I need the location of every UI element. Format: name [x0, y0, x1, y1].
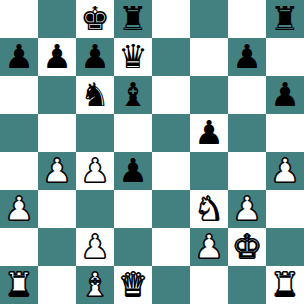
square-d6[interactable]: ♝: [114, 76, 152, 114]
square-g3[interactable]: ♟: [228, 190, 266, 228]
square-f7[interactable]: [190, 38, 228, 76]
piece-white-bishop[interactable]: ♝: [80, 266, 110, 304]
square-d2[interactable]: [114, 228, 152, 266]
piece-white-pawn[interactable]: ♟: [80, 228, 110, 266]
square-d1[interactable]: ♛: [114, 266, 152, 304]
square-h4[interactable]: ♟: [266, 152, 304, 190]
piece-white-rook[interactable]: ♜: [270, 266, 300, 304]
square-g8[interactable]: [228, 0, 266, 38]
piece-black-bishop[interactable]: ♝: [118, 76, 148, 114]
square-e7[interactable]: [152, 38, 190, 76]
piece-black-pawn[interactable]: ♟: [194, 114, 224, 152]
piece-black-pawn[interactable]: ♟: [118, 152, 148, 190]
square-b7[interactable]: ♟: [38, 38, 76, 76]
square-h1[interactable]: ♜: [266, 266, 304, 304]
square-e5[interactable]: [152, 114, 190, 152]
square-g6[interactable]: [228, 76, 266, 114]
square-d8[interactable]: ♜: [114, 0, 152, 38]
square-a4[interactable]: [0, 152, 38, 190]
square-g5[interactable]: [228, 114, 266, 152]
piece-black-pawn[interactable]: ♟: [4, 38, 34, 76]
square-c8[interactable]: ♚: [76, 0, 114, 38]
square-a8[interactable]: [0, 0, 38, 38]
square-c5[interactable]: [76, 114, 114, 152]
square-h3[interactable]: [266, 190, 304, 228]
square-b4[interactable]: ♟: [38, 152, 76, 190]
piece-white-queen[interactable]: ♛: [118, 266, 148, 304]
piece-black-pawn[interactable]: ♟: [232, 38, 262, 76]
square-g2[interactable]: ♚: [228, 228, 266, 266]
piece-black-rook[interactable]: ♜: [270, 0, 300, 38]
square-b8[interactable]: [38, 0, 76, 38]
square-c7[interactable]: ♟: [76, 38, 114, 76]
piece-white-pawn[interactable]: ♟: [194, 228, 224, 266]
piece-black-pawn[interactable]: ♟: [42, 38, 72, 76]
square-e4[interactable]: [152, 152, 190, 190]
square-d7[interactable]: ♛: [114, 38, 152, 76]
square-c2[interactable]: ♟: [76, 228, 114, 266]
square-h5[interactable]: [266, 114, 304, 152]
square-g1[interactable]: [228, 266, 266, 304]
square-d4[interactable]: ♟: [114, 152, 152, 190]
piece-white-pawn[interactable]: ♟: [80, 152, 110, 190]
square-b2[interactable]: [38, 228, 76, 266]
square-h6[interactable]: ♟: [266, 76, 304, 114]
square-e1[interactable]: [152, 266, 190, 304]
chess-board: ♚♜♜♟♟♟♛♟♞♝♟♟♟♟♟♟♟♞♟♟♟♚♜♝♛♜: [0, 0, 304, 304]
square-h2[interactable]: [266, 228, 304, 266]
piece-black-queen[interactable]: ♛: [118, 38, 148, 76]
square-a5[interactable]: [0, 114, 38, 152]
square-e2[interactable]: [152, 228, 190, 266]
piece-white-rook[interactable]: ♜: [4, 266, 34, 304]
square-b1[interactable]: [38, 266, 76, 304]
square-a3[interactable]: ♟: [0, 190, 38, 228]
piece-white-pawn[interactable]: ♟: [42, 152, 72, 190]
square-c4[interactable]: ♟: [76, 152, 114, 190]
square-f1[interactable]: [190, 266, 228, 304]
square-g4[interactable]: [228, 152, 266, 190]
square-a7[interactable]: ♟: [0, 38, 38, 76]
piece-white-pawn[interactable]: ♟: [232, 190, 262, 228]
square-d3[interactable]: [114, 190, 152, 228]
square-f5[interactable]: ♟: [190, 114, 228, 152]
square-f4[interactable]: [190, 152, 228, 190]
piece-black-pawn[interactable]: ♟: [270, 76, 300, 114]
piece-black-king[interactable]: ♚: [80, 0, 110, 38]
square-c6[interactable]: ♞: [76, 76, 114, 114]
piece-black-knight[interactable]: ♞: [80, 76, 110, 114]
square-f2[interactable]: ♟: [190, 228, 228, 266]
square-d5[interactable]: [114, 114, 152, 152]
piece-black-rook[interactable]: ♜: [118, 0, 148, 38]
square-a2[interactable]: [0, 228, 38, 266]
square-g7[interactable]: ♟: [228, 38, 266, 76]
square-h8[interactable]: ♜: [266, 0, 304, 38]
piece-white-pawn[interactable]: ♟: [270, 152, 300, 190]
piece-white-pawn[interactable]: ♟: [4, 190, 34, 228]
piece-black-pawn[interactable]: ♟: [80, 38, 110, 76]
square-b6[interactable]: [38, 76, 76, 114]
square-a6[interactable]: [0, 76, 38, 114]
square-c3[interactable]: [76, 190, 114, 228]
square-b3[interactable]: [38, 190, 76, 228]
square-f8[interactable]: [190, 0, 228, 38]
square-b5[interactable]: [38, 114, 76, 152]
square-e8[interactable]: [152, 0, 190, 38]
piece-white-knight[interactable]: ♞: [194, 190, 224, 228]
square-h7[interactable]: [266, 38, 304, 76]
square-f6[interactable]: [190, 76, 228, 114]
square-e6[interactable]: [152, 76, 190, 114]
square-a1[interactable]: ♜: [0, 266, 38, 304]
piece-white-king[interactable]: ♚: [232, 228, 262, 266]
square-f3[interactable]: ♞: [190, 190, 228, 228]
square-c1[interactable]: ♝: [76, 266, 114, 304]
square-e3[interactable]: [152, 190, 190, 228]
